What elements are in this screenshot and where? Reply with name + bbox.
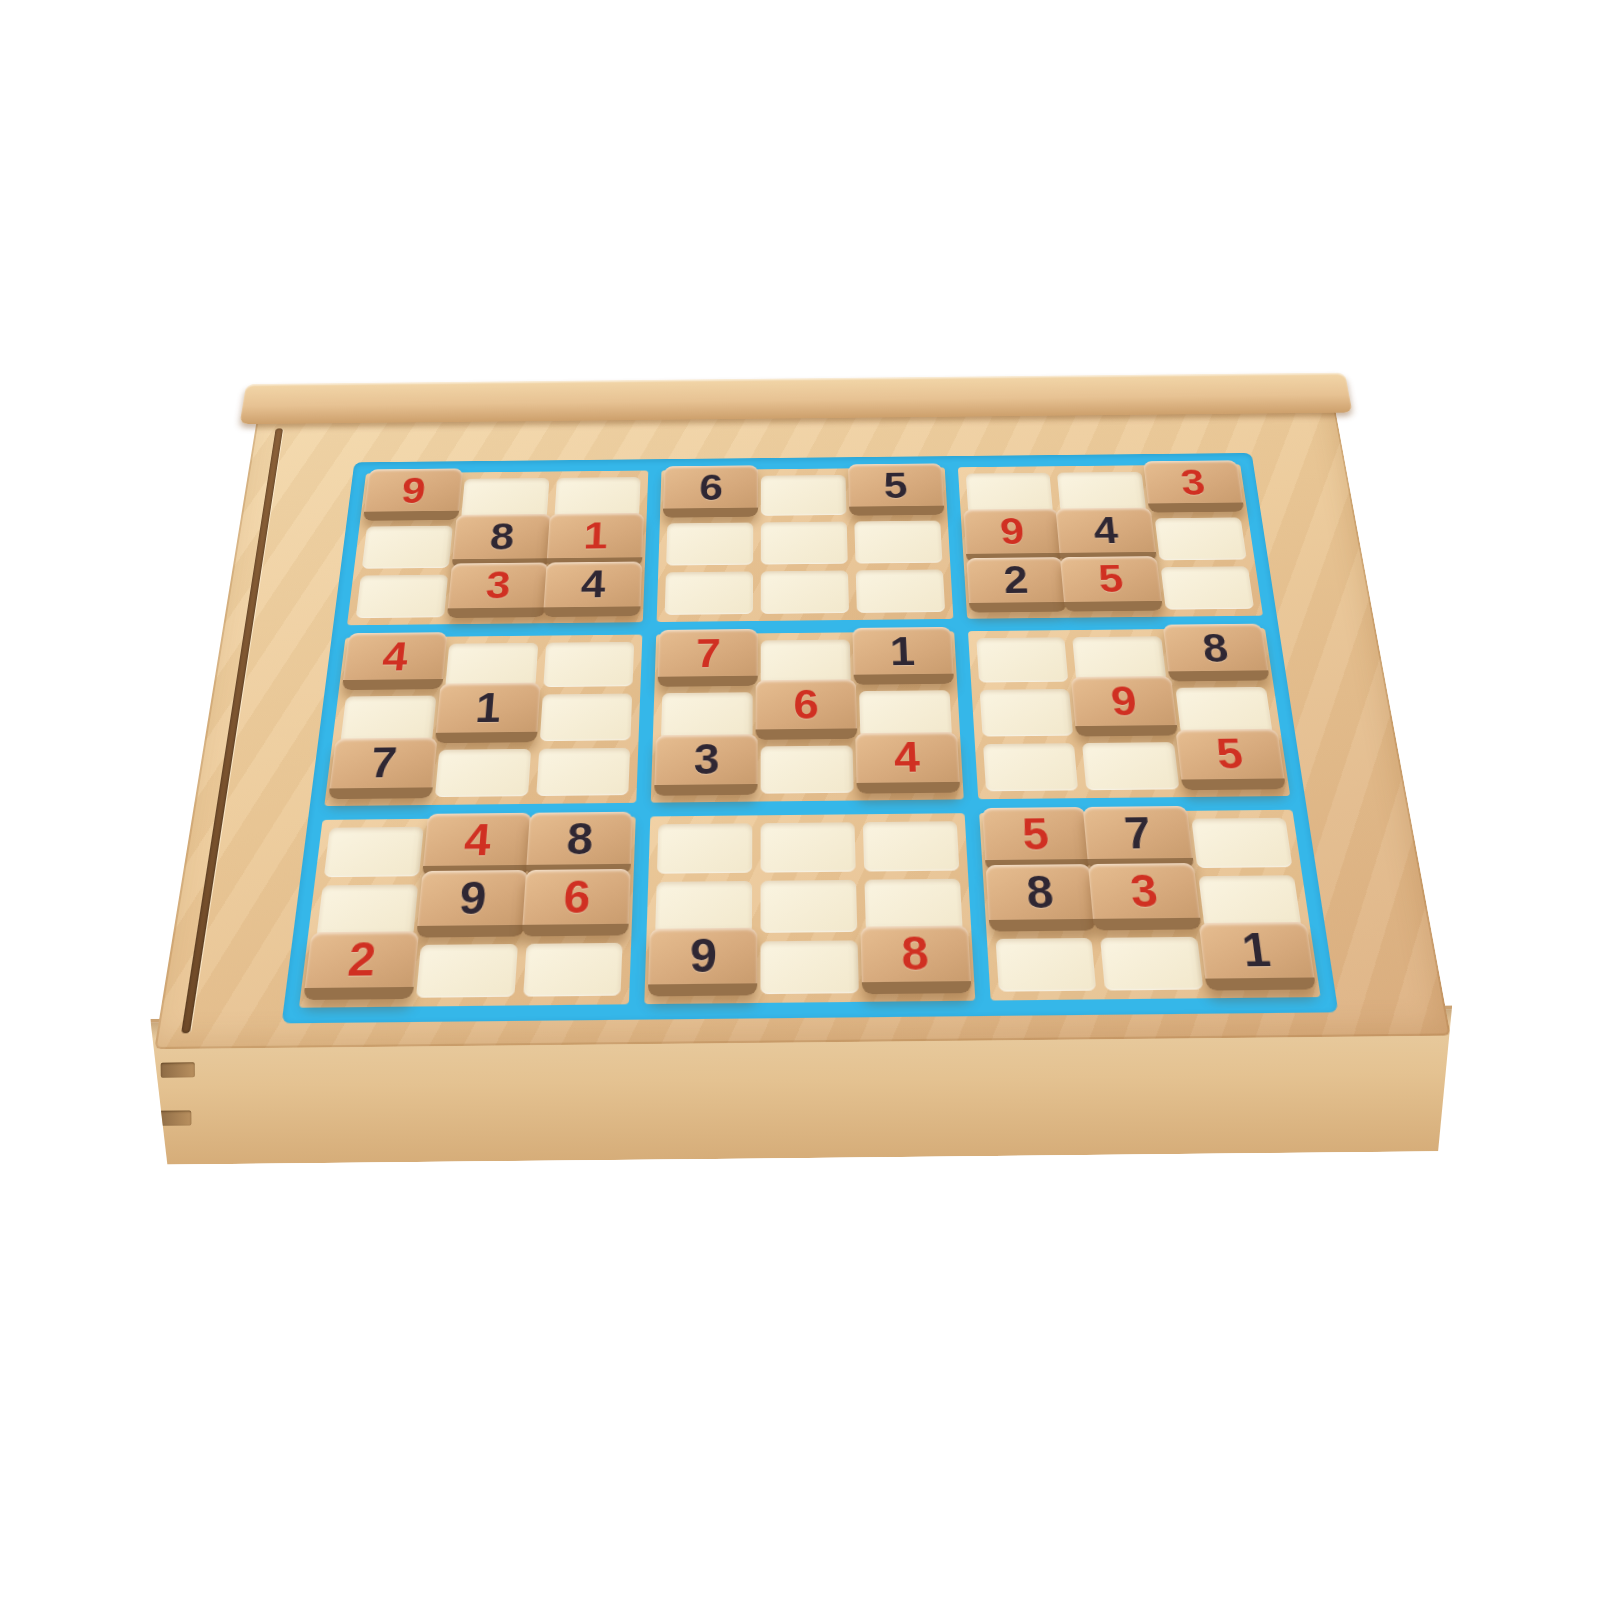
- board-top-perspective: 98134653942541771634895489629857831: [154, 373, 1450, 1049]
- cell-r1c8[interactable]: [1057, 472, 1146, 513]
- tile-numeral: 4: [1092, 511, 1120, 549]
- number-tile-r9c6[interactable]: 8: [860, 925, 971, 994]
- cell-r4c1[interactable]: 4: [347, 644, 441, 690]
- cell-r5c2[interactable]: 1: [440, 695, 534, 742]
- number-tile-r1c9[interactable]: 3: [1143, 460, 1244, 513]
- sudoku-box-3-1: 48962: [299, 817, 636, 1008]
- cell-r9c1[interactable]: 2: [309, 945, 412, 999]
- cell-r8c9[interactable]: [1199, 876, 1302, 928]
- cell-r2c8[interactable]: 4: [1062, 519, 1153, 561]
- number-tile-r6c4[interactable]: 3: [654, 734, 757, 796]
- cell-r3c5[interactable]: [761, 570, 849, 614]
- tile-numeral: 4: [381, 636, 410, 677]
- cell-r4c2[interactable]: [445, 643, 538, 689]
- number-tile-r8c2[interactable]: 9: [416, 870, 528, 937]
- tile-numeral: 1: [1240, 926, 1274, 974]
- cell-r6c4[interactable]: 3: [660, 746, 753, 795]
- cell-r6c3[interactable]: [536, 747, 631, 796]
- cell-r9c5[interactable]: [761, 940, 859, 994]
- tile-numeral: 4: [463, 817, 493, 862]
- cell-r7c7[interactable]: 5: [988, 820, 1086, 871]
- number-tile-r5c2[interactable]: 1: [435, 683, 540, 743]
- number-tile-r9c1[interactable]: 2: [303, 931, 419, 1000]
- tile-numeral: 6: [793, 683, 819, 725]
- sudoku-box-1-2: 65: [657, 467, 953, 622]
- number-tile-r4c1[interactable]: 4: [342, 632, 447, 690]
- cell-r1c4[interactable]: 6: [668, 476, 754, 517]
- sudoku-box-1-3: 39425: [958, 464, 1263, 618]
- product-photo: 98134653942541771634895489629857831: [0, 0, 1600, 1600]
- tile-numeral: 9: [689, 932, 717, 980]
- tile-numeral: 5: [1021, 811, 1051, 856]
- number-tile-r7c8[interactable]: 7: [1083, 806, 1194, 871]
- tile-numeral: 2: [1002, 560, 1029, 599]
- wooden-tray: 98134653942541771634895489629857831: [154, 403, 1450, 1049]
- tile-numeral: 2: [346, 935, 378, 983]
- number-tile-r6c6[interactable]: 4: [855, 732, 960, 794]
- cell-r2c9[interactable]: [1155, 518, 1247, 560]
- sudoku-box-2-1: 417: [324, 635, 642, 807]
- tile-numeral: 8: [901, 929, 930, 977]
- cell-r5c9[interactable]: [1176, 687, 1273, 734]
- tile-numeral: 5: [1097, 559, 1125, 598]
- tile-numeral: 8: [566, 816, 595, 861]
- tile-numeral: 3: [1128, 867, 1160, 914]
- cell-r8c7[interactable]: 8: [991, 878, 1091, 930]
- cell-r8c1[interactable]: [316, 885, 418, 937]
- cell-r3c2[interactable]: 3: [452, 573, 543, 617]
- cell-r6c1[interactable]: 7: [334, 750, 431, 799]
- cell-r6c9[interactable]: 5: [1182, 741, 1281, 789]
- cell-r7c1[interactable]: [324, 827, 424, 878]
- tile-numeral: 4: [580, 565, 606, 604]
- tile-numeral: 4: [893, 736, 920, 779]
- cell-r1c1[interactable]: 9: [368, 479, 457, 520]
- cell-r4c3[interactable]: [543, 642, 635, 688]
- dovetail-joint-notch: [161, 1062, 195, 1077]
- cell-r4c9[interactable]: 8: [1169, 635, 1264, 681]
- tile-numeral: 9: [400, 472, 428, 509]
- number-tile-r7c2[interactable]: 4: [422, 813, 532, 878]
- number-tile-r2c2[interactable]: 8: [451, 514, 551, 568]
- cell-r9c3[interactable]: [523, 942, 623, 996]
- cell-r9c6[interactable]: 8: [866, 939, 966, 993]
- cell-r7c5[interactable]: [761, 822, 856, 873]
- number-tile-r1c4[interactable]: 6: [663, 465, 758, 518]
- cell-r5c8[interactable]: 9: [1077, 688, 1173, 735]
- cell-r3c4[interactable]: [665, 571, 753, 615]
- cell-r7c9[interactable]: [1192, 818, 1293, 869]
- cell-r1c2[interactable]: [461, 478, 549, 519]
- sudoku-box-3-3: 57831: [979, 810, 1321, 1001]
- cell-r6c7[interactable]: [983, 743, 1079, 791]
- sudoku-box-2-2: 71634: [651, 631, 963, 802]
- number-tile-r8c8[interactable]: 3: [1088, 863, 1201, 930]
- number-tile-r3c3[interactable]: 4: [543, 561, 643, 617]
- number-tile-r6c9[interactable]: 5: [1176, 728, 1287, 790]
- cell-r9c2[interactable]: [416, 944, 518, 998]
- cell-r4c6[interactable]: 1: [858, 639, 949, 685]
- cell-r1c3[interactable]: [554, 477, 641, 518]
- cell-r2c3[interactable]: 1: [551, 524, 639, 566]
- tile-numeral: 1: [474, 687, 503, 729]
- cell-r3c1[interactable]: [356, 574, 448, 618]
- cell-r6c6[interactable]: 4: [861, 744, 955, 792]
- number-tile-r3c8[interactable]: 5: [1060, 556, 1163, 612]
- cell-r3c7[interactable]: 2: [972, 568, 1063, 612]
- tile-numeral: 1: [889, 631, 916, 672]
- cell-r2c2[interactable]: 8: [456, 525, 546, 567]
- number-tile-r2c8[interactable]: 4: [1056, 508, 1157, 562]
- number-tile-r3c2[interactable]: 3: [447, 562, 549, 618]
- cell-r7c6[interactable]: [863, 821, 959, 872]
- sudoku-box-1-1: 98134: [347, 470, 649, 625]
- sudoku-mat: 98134653942541771634895489629857831: [282, 453, 1339, 1023]
- lid-slide-groove: [181, 428, 283, 1033]
- cell-r9c4[interactable]: 9: [654, 941, 752, 995]
- tile-numeral: 7: [369, 741, 399, 784]
- cell-r7c3[interactable]: 8: [531, 825, 628, 876]
- cell-r8c5[interactable]: [761, 880, 858, 932]
- tile-numeral: 6: [699, 469, 723, 506]
- cell-r3c9[interactable]: [1161, 566, 1254, 610]
- number-tile-r4c4[interactable]: 7: [658, 629, 758, 687]
- number-tile-r4c6[interactable]: 1: [852, 627, 954, 685]
- cell-r3c6[interactable]: [856, 569, 945, 613]
- tile-numeral: 3: [484, 566, 511, 605]
- cell-r4c5[interactable]: [761, 640, 851, 686]
- tile-numeral: 7: [1122, 810, 1153, 855]
- cell-r8c2[interactable]: 9: [422, 884, 522, 936]
- cell-r3c3[interactable]: 4: [548, 572, 638, 616]
- cell-r8c3[interactable]: 6: [527, 883, 626, 935]
- tile-numeral: 6: [562, 873, 591, 920]
- dovetail-joint-notch: [157, 1110, 191, 1125]
- cell-r3c8[interactable]: 5: [1066, 567, 1158, 611]
- sudoku-box-3-2: 98: [645, 813, 975, 1004]
- number-tile-r2c3[interactable]: 1: [546, 513, 644, 567]
- number-tile-r4c9[interactable]: 8: [1163, 624, 1270, 682]
- cell-r2c7[interactable]: 9: [968, 520, 1057, 562]
- number-tile-r9c9[interactable]: 1: [1199, 922, 1316, 991]
- cell-r1c5[interactable]: [761, 475, 846, 516]
- tile-numeral: 1: [583, 517, 609, 555]
- cell-r1c9[interactable]: 3: [1149, 471, 1239, 512]
- number-tile-r5c8[interactable]: 9: [1071, 676, 1178, 736]
- number-tile-r8c3[interactable]: 6: [521, 869, 631, 936]
- cell-r2c4[interactable]: [666, 523, 753, 565]
- number-tile-r7c7[interactable]: 5: [982, 807, 1092, 872]
- cell-r7c4[interactable]: [657, 823, 752, 874]
- cell-r2c6[interactable]: [854, 521, 942, 563]
- cell-r4c7[interactable]: [976, 637, 1069, 683]
- cell-r5c4[interactable]: [661, 693, 753, 740]
- cell-r2c1[interactable]: [362, 526, 453, 568]
- cell-r5c6[interactable]: [859, 690, 952, 737]
- number-tile-r3c7[interactable]: 2: [966, 557, 1067, 613]
- cell-r5c1[interactable]: [340, 696, 436, 743]
- tile-numeral: 9: [1109, 680, 1139, 722]
- cell-r8c6[interactable]: [864, 879, 962, 931]
- number-tile-r7c3[interactable]: 8: [525, 812, 633, 877]
- cell-r7c2[interactable]: 4: [427, 826, 525, 877]
- cell-r1c7[interactable]: [965, 473, 1053, 514]
- number-tile-r2c7[interactable]: 9: [963, 509, 1063, 563]
- cell-r5c7[interactable]: [979, 689, 1073, 736]
- cell-r6c2[interactable]: [435, 749, 531, 798]
- cell-r4c4[interactable]: 7: [663, 641, 753, 687]
- tile-numeral: 3: [693, 738, 719, 781]
- number-tile-r1c1[interactable]: 9: [363, 468, 463, 521]
- tile-numeral: 3: [1179, 464, 1208, 501]
- cell-r4c8[interactable]: [1073, 636, 1167, 682]
- tile-numeral: 8: [1200, 627, 1230, 668]
- sudoku-box-2-3: 895: [968, 628, 1291, 799]
- tile-numeral: 8: [1025, 869, 1055, 916]
- number-tile-r9c4[interactable]: 9: [648, 927, 757, 996]
- cell-r9c7[interactable]: [995, 938, 1097, 992]
- number-tile-r6c1[interactable]: 7: [328, 737, 437, 799]
- cell-r2c5[interactable]: [761, 522, 848, 564]
- cell-r6c8[interactable]: [1082, 742, 1179, 790]
- tile-numeral: 7: [696, 633, 722, 674]
- cell-r6c5[interactable]: [761, 745, 854, 794]
- cell-r5c3[interactable]: [539, 694, 632, 741]
- cell-r8c4[interactable]: [655, 881, 752, 933]
- number-tile-r1c6[interactable]: 5: [848, 463, 944, 516]
- cell-r5c5[interactable]: 6: [761, 692, 852, 739]
- cell-r9c9[interactable]: 1: [1206, 935, 1311, 989]
- tile-numeral: 9: [458, 874, 488, 921]
- tile-numeral: 9: [999, 512, 1026, 550]
- number-tile-r8c7[interactable]: 8: [985, 864, 1096, 931]
- cell-r8c8[interactable]: 3: [1095, 877, 1196, 929]
- cell-r9c8[interactable]: [1101, 936, 1204, 990]
- tile-numeral: 5: [883, 467, 908, 504]
- tile-numeral: 8: [489, 518, 516, 556]
- cell-r7c8[interactable]: 7: [1090, 819, 1190, 870]
- cell-r1c6[interactable]: 5: [853, 474, 940, 515]
- number-tile-r5c5[interactable]: 6: [756, 680, 858, 740]
- tile-numeral: 5: [1214, 732, 1245, 775]
